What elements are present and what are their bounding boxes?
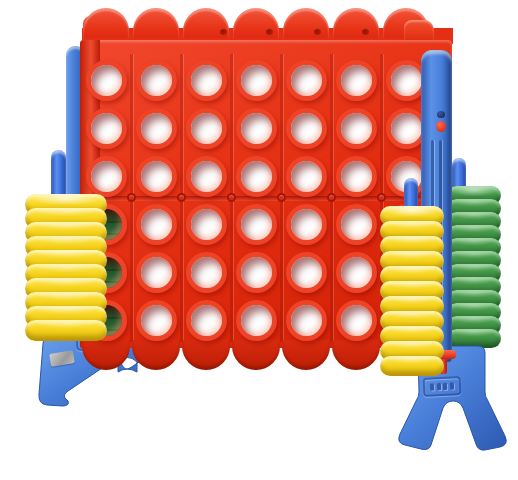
seam-divot: [127, 193, 136, 202]
board-hole: [136, 300, 177, 341]
board-hole: [286, 300, 327, 341]
board-hole: [236, 156, 277, 197]
top-edge-dot: [266, 29, 273, 35]
top-edge-dot: [362, 29, 369, 35]
board-hole: [186, 204, 227, 245]
wave-bump: [232, 340, 280, 370]
seam-divot: [177, 193, 186, 202]
board-hole: [236, 204, 277, 245]
board-hole: [86, 60, 127, 101]
board-hole: [286, 108, 327, 149]
yellow-disc: [25, 320, 107, 341]
board-hole: [336, 204, 377, 245]
seam-divot: [377, 193, 386, 202]
board-hole: [136, 108, 177, 149]
board-hole: [186, 108, 227, 149]
board-hole: [336, 300, 377, 341]
board-hole: [186, 156, 227, 197]
yellow-disc-stack-left-front: [25, 194, 107, 341]
board-hole: [186, 252, 227, 293]
wave-bump: [282, 340, 330, 370]
board-hole: [186, 60, 227, 101]
seam-divot: [227, 193, 236, 202]
board-hole: [136, 156, 177, 197]
board-hole: [136, 252, 177, 293]
embossed-logo-right-leg: [423, 376, 462, 397]
board-hole: [336, 252, 377, 293]
board-hole: [236, 60, 277, 101]
crest-bump: [83, 8, 129, 38]
mold-seam: [84, 196, 448, 201]
wave-bump: [182, 340, 230, 370]
board-hole: [186, 300, 227, 341]
yellow-disc: [380, 356, 444, 376]
top-edge-dot: [314, 29, 321, 35]
giant-connect-four-photo: [0, 0, 518, 480]
board-hole: [136, 60, 177, 101]
crest-bump: [333, 8, 379, 38]
crest-bump: [283, 8, 329, 38]
board-hole: [236, 108, 277, 149]
board-hole: [86, 108, 127, 149]
seam-divot: [277, 193, 286, 202]
yellow-disc-stack-right-front: [380, 206, 444, 376]
board-hole: [286, 204, 327, 245]
board-hole: [86, 156, 127, 197]
board-hole: [286, 252, 327, 293]
crest-bump: [133, 8, 179, 38]
dark-blue-button: [437, 111, 445, 118]
board-hole: [236, 252, 277, 293]
green-disc-stack-right-rear: [447, 186, 501, 348]
board-hole: [286, 60, 327, 101]
board-hole: [336, 156, 377, 197]
red-button: [436, 121, 446, 132]
board-hole: [236, 300, 277, 341]
seam-divot: [327, 193, 336, 202]
top-edge-dot: [220, 29, 227, 35]
board-hole: [336, 60, 377, 101]
board-hole: [336, 108, 377, 149]
board-hole: [136, 204, 177, 245]
board-hole: [286, 156, 327, 197]
wave-bump: [332, 340, 380, 370]
